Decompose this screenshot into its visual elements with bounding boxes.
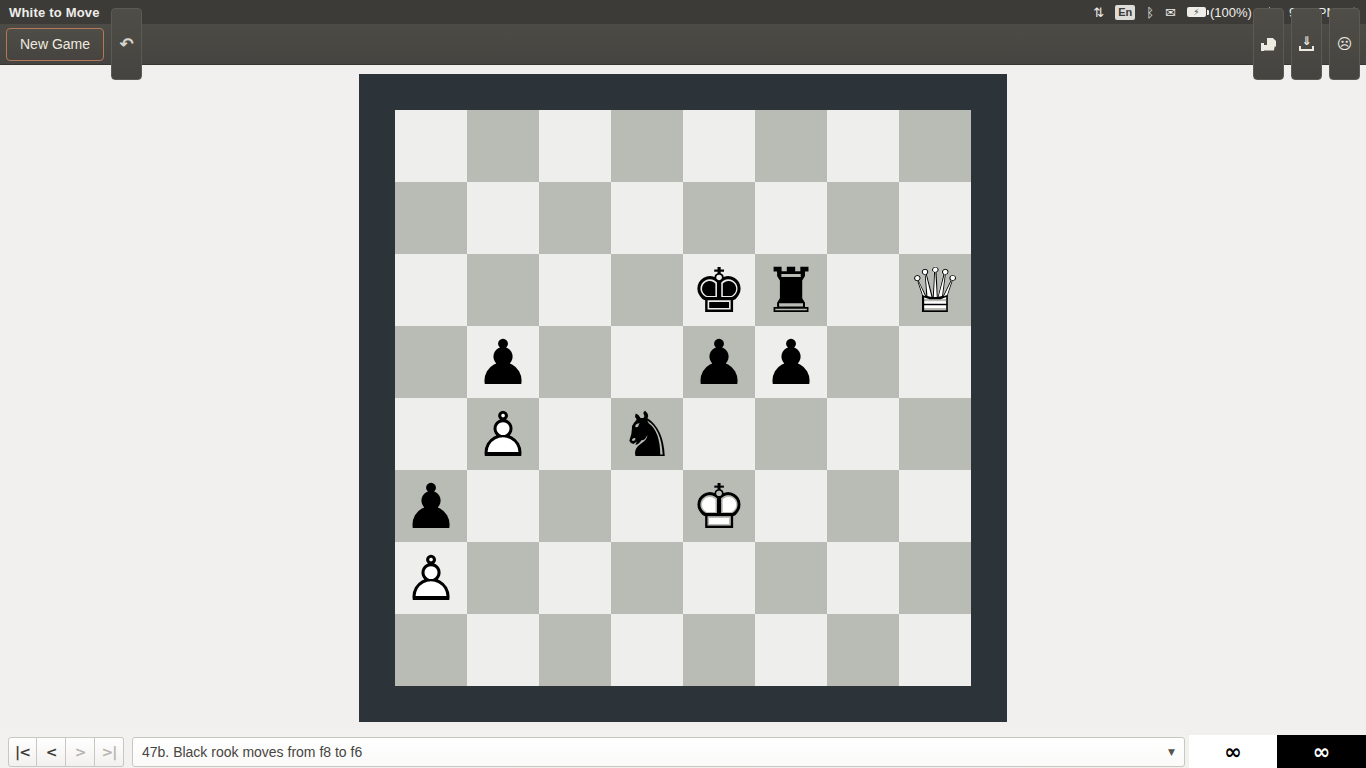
square-a8[interactable] [395, 110, 467, 182]
square-h8[interactable] [899, 110, 971, 182]
square-f4[interactable] [755, 398, 827, 470]
square-a2[interactable]: ♟♙ [395, 542, 467, 614]
square-e8[interactable] [683, 110, 755, 182]
square-b5[interactable]: ♟ [467, 326, 539, 398]
next-move-button[interactable]: > [66, 737, 95, 767]
mail-icon[interactable]: ✉ [1165, 5, 1176, 20]
resign-face-icon: ☹ [1337, 35, 1353, 53]
charging-bolt-icon: ⚡ [1193, 8, 1199, 17]
piece-white-pawn: ♟♙ [395, 542, 467, 614]
piece-black-king: ♚ [683, 254, 755, 326]
square-a3[interactable]: ♟ [395, 470, 467, 542]
square-b7[interactable] [467, 182, 539, 254]
square-g8[interactable] [827, 110, 899, 182]
window-title: White to Move [9, 5, 100, 20]
square-c4[interactable] [539, 398, 611, 470]
square-g6[interactable] [827, 254, 899, 326]
square-c5[interactable] [539, 326, 611, 398]
square-b4[interactable]: ♟♙ [467, 398, 539, 470]
square-h1[interactable] [899, 614, 971, 686]
piece-black-pawn: ♟ [395, 470, 467, 542]
square-f8[interactable] [755, 110, 827, 182]
square-g1[interactable] [827, 614, 899, 686]
square-f6[interactable]: ♜ [755, 254, 827, 326]
square-b2[interactable] [467, 542, 539, 614]
piece-black-pawn: ♟ [467, 326, 539, 398]
open-folder-icon [1261, 38, 1276, 51]
square-e5[interactable]: ♟ [683, 326, 755, 398]
square-h4[interactable] [899, 398, 971, 470]
square-d3[interactable] [611, 470, 683, 542]
square-h2[interactable] [899, 542, 971, 614]
piece-black-pawn: ♟ [683, 326, 755, 398]
board-frame: ♚♜♛♕♟♟♟♟♙♞♟♚♔♟♙ [359, 74, 1007, 722]
bluetooth-icon[interactable]: ᛒ [1146, 5, 1154, 20]
square-g3[interactable] [827, 470, 899, 542]
main-area: ♚♜♛♕♟♟♟♟♙♞♟♚♔♟♙ [0, 65, 1366, 735]
piece-white-pawn: ♟♙ [467, 398, 539, 470]
square-e2[interactable] [683, 542, 755, 614]
square-c6[interactable] [539, 254, 611, 326]
square-d7[interactable] [611, 182, 683, 254]
battery-percent: (100%) [1210, 5, 1252, 20]
square-a4[interactable] [395, 398, 467, 470]
chess-board: ♚♜♛♕♟♟♟♟♙♞♟♚♔♟♙ [395, 110, 971, 686]
square-e6[interactable]: ♚ [683, 254, 755, 326]
square-g4[interactable] [827, 398, 899, 470]
bottom-bar: |< < > >| 47b. Black rook moves from f8 … [0, 735, 1366, 768]
square-g7[interactable] [827, 182, 899, 254]
square-a6[interactable] [395, 254, 467, 326]
new-game-button[interactable]: New Game [6, 28, 104, 61]
square-h3[interactable] [899, 470, 971, 542]
square-h7[interactable] [899, 182, 971, 254]
square-a7[interactable] [395, 182, 467, 254]
battery-indicator[interactable]: ⚡ (100%) [1187, 5, 1252, 20]
square-d5[interactable] [611, 326, 683, 398]
square-b8[interactable] [467, 110, 539, 182]
piece-black-rook: ♜ [755, 254, 827, 326]
square-f3[interactable] [755, 470, 827, 542]
square-c7[interactable] [539, 182, 611, 254]
black-clock: ∞ [1277, 735, 1366, 768]
square-a5[interactable] [395, 326, 467, 398]
previous-move-button[interactable]: < [37, 737, 66, 767]
square-d8[interactable] [611, 110, 683, 182]
new-game-label: New Game [20, 36, 90, 52]
square-g5[interactable] [827, 326, 899, 398]
move-nav-group: |< < > >| [8, 737, 124, 767]
save-game-icon: ⇓ [1299, 37, 1314, 51]
chevron-down-icon: ▼ [1168, 747, 1175, 757]
piece-black-pawn: ♟ [755, 326, 827, 398]
white-clock: ∞ [1189, 735, 1277, 768]
first-move-button[interactable]: |< [8, 737, 37, 767]
undo-icon: ↶ [119, 34, 133, 54]
move-history-dropdown[interactable]: 47b. Black rook moves from f8 to f6 ▼ [132, 737, 1185, 767]
square-h5[interactable] [899, 326, 971, 398]
square-f7[interactable] [755, 182, 827, 254]
square-d4[interactable]: ♞ [611, 398, 683, 470]
last-move-button[interactable]: >| [95, 737, 124, 767]
square-e4[interactable] [683, 398, 755, 470]
square-b6[interactable] [467, 254, 539, 326]
square-d2[interactable] [611, 542, 683, 614]
square-a1[interactable] [395, 614, 467, 686]
square-d6[interactable] [611, 254, 683, 326]
square-b3[interactable] [467, 470, 539, 542]
square-c2[interactable] [539, 542, 611, 614]
keyboard-indicator-label: En [1115, 5, 1135, 20]
move-history-value: 47b. Black rook moves from f8 to f6 [142, 744, 1168, 760]
square-d1[interactable] [611, 614, 683, 686]
square-f5[interactable]: ♟ [755, 326, 827, 398]
square-b1[interactable] [467, 614, 539, 686]
network-icon[interactable]: ⇅ [1093, 5, 1104, 20]
square-g2[interactable] [827, 542, 899, 614]
square-f2[interactable] [755, 542, 827, 614]
square-e3[interactable]: ♚♔ [683, 470, 755, 542]
toolbar: New Game ↶ ⇓ ☹ [0, 24, 1366, 65]
square-e7[interactable] [683, 182, 755, 254]
square-c1[interactable] [539, 614, 611, 686]
square-c8[interactable] [539, 110, 611, 182]
battery-icon: ⚡ [1187, 7, 1206, 17]
piece-white-queen: ♛♕ [899, 254, 971, 326]
piece-black-knight: ♞ [611, 398, 683, 470]
square-h6[interactable]: ♛♕ [899, 254, 971, 326]
piece-white-king: ♚♔ [683, 470, 755, 542]
square-e1[interactable] [683, 614, 755, 686]
square-f1[interactable] [755, 614, 827, 686]
titlebar: White to Move ⇅ En ᛒ ✉ ⚡ (100%) 9:42 PM … [0, 0, 1366, 24]
square-c3[interactable] [539, 470, 611, 542]
keyboard-indicator[interactable]: En [1115, 5, 1135, 20]
